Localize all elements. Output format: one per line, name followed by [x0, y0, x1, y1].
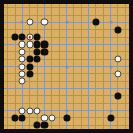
stone-black: [114, 92, 121, 99]
stone-white: [19, 48, 26, 55]
last-move-marker: [28, 36, 31, 39]
stone-white: [114, 56, 121, 63]
stone-white: [19, 70, 26, 77]
stone-black: [41, 122, 48, 129]
stone-black: [34, 122, 41, 129]
stone-white: [26, 19, 33, 26]
star-point: [65, 21, 68, 24]
go-board[interactable]: [4, 4, 129, 129]
stone-black: [11, 34, 18, 41]
stone-black: [34, 48, 41, 55]
star-point: [109, 109, 112, 112]
stone-black: [92, 19, 99, 26]
stone-black: [34, 56, 41, 63]
stone-black: [34, 34, 41, 41]
stone-white: [19, 78, 26, 85]
stone-white: [26, 107, 33, 114]
stone-black: [19, 34, 26, 41]
stone-black: [114, 26, 121, 33]
stone-black: [26, 56, 33, 63]
stone-black: [26, 63, 33, 70]
stone-white: [19, 56, 26, 63]
star-point: [109, 65, 112, 68]
stone-black: [41, 41, 48, 48]
star-point: [65, 109, 68, 112]
stone-black: [41, 48, 48, 55]
stone-black: [107, 114, 114, 121]
stone-white: [34, 107, 41, 114]
stone-white: [41, 114, 48, 121]
stone-white: [41, 19, 48, 26]
stone-white: [48, 114, 55, 121]
stone-white: [19, 63, 26, 70]
star-point: [21, 21, 24, 24]
stone-black: [26, 70, 33, 77]
stone-white: [26, 41, 33, 48]
stone-black: [63, 114, 70, 121]
star-point: [109, 21, 112, 24]
stone-black: [34, 41, 41, 48]
stone-white: [19, 107, 26, 114]
stone-black: [19, 114, 26, 121]
stone-black: [11, 114, 18, 121]
stone-white: [114, 70, 121, 77]
stone-white: [19, 41, 26, 48]
star-point: [65, 65, 68, 68]
go-board-frame: [0, 0, 133, 133]
